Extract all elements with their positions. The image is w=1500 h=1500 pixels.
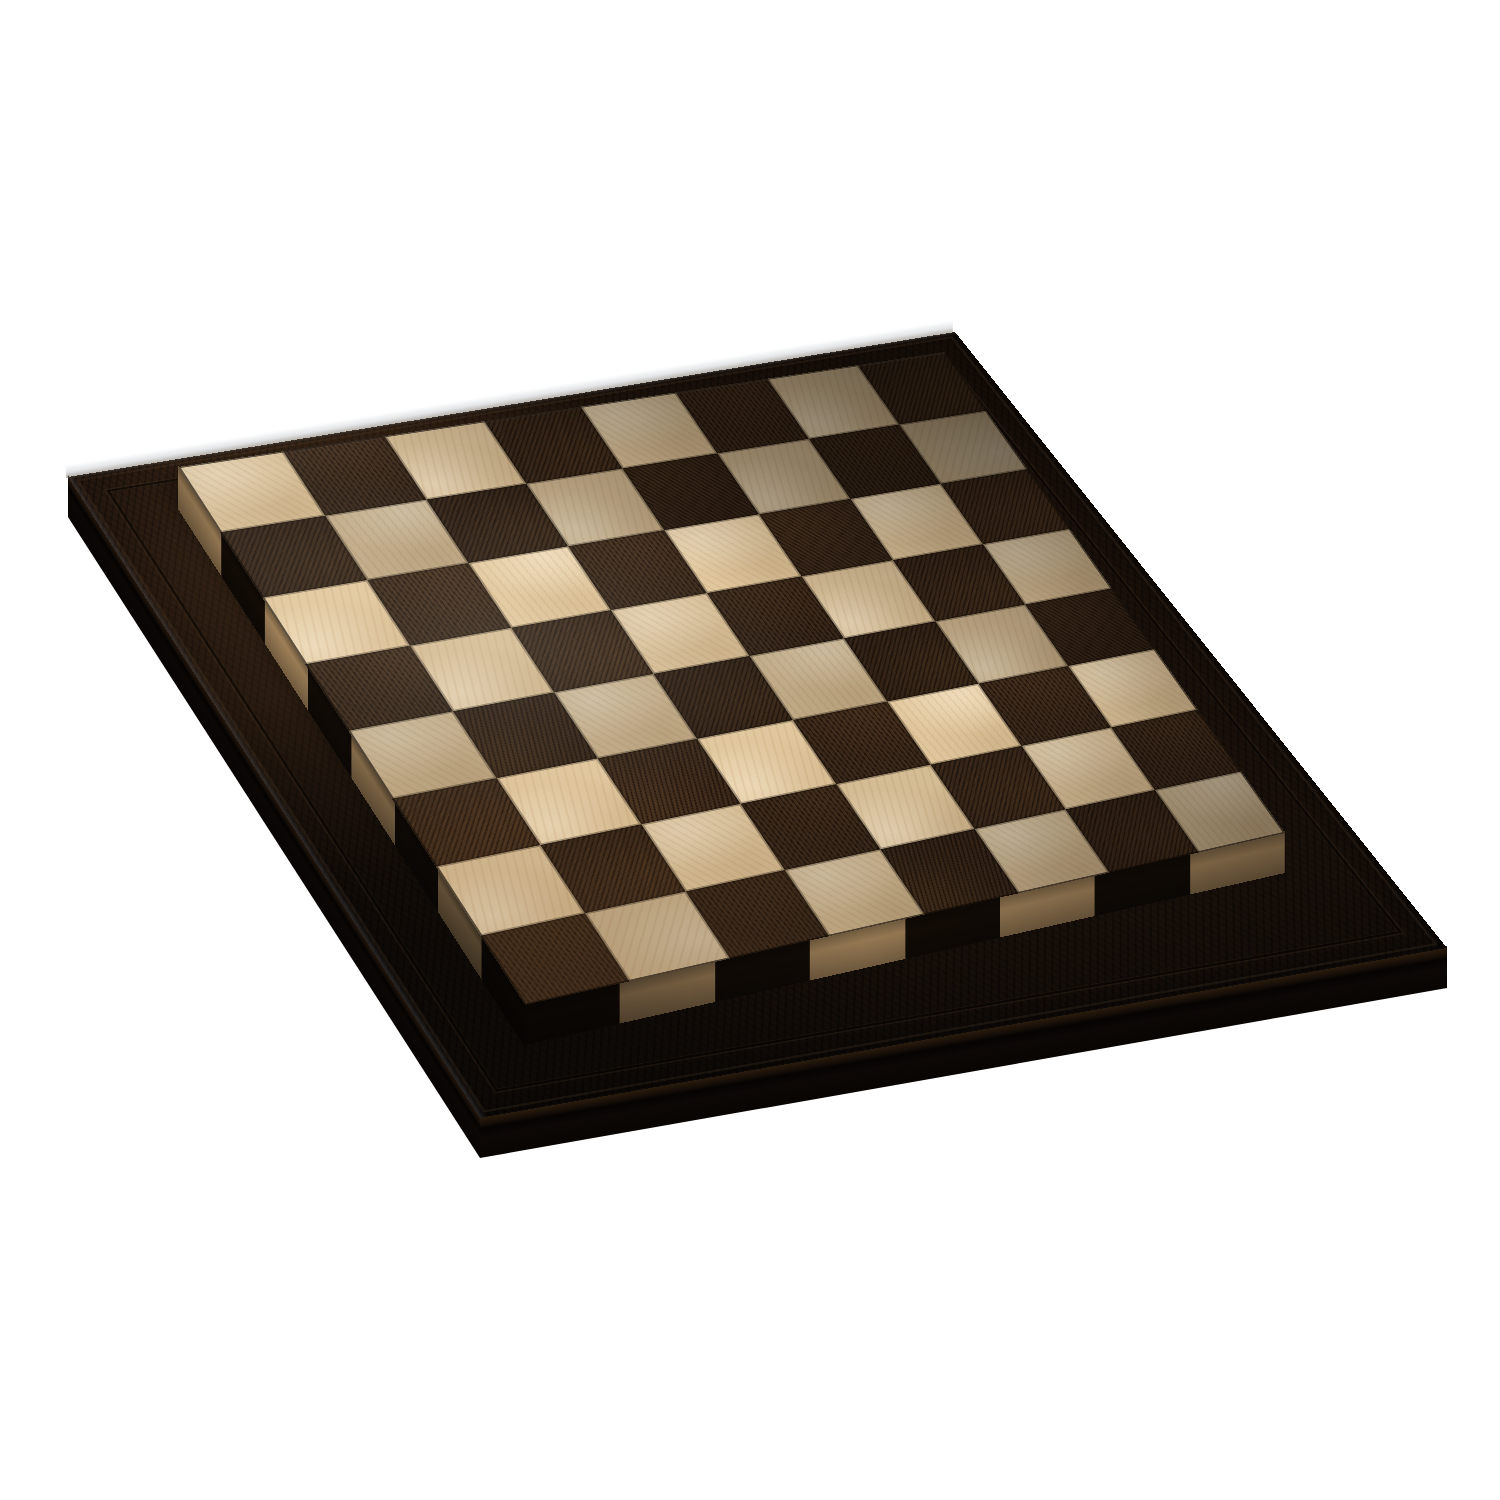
product-photo-stage <box>0 0 1500 1500</box>
